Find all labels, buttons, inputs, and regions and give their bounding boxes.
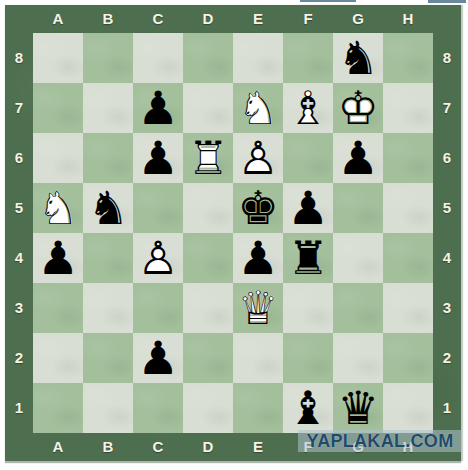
file-label-d: D xyxy=(183,433,233,461)
square-a5[interactable]: ♞♘ xyxy=(33,183,83,233)
watermark-text: YAPLAKAL.COM xyxy=(307,431,454,452)
black-pawn-c2[interactable]: ♟ xyxy=(133,333,183,383)
file-label-f: F xyxy=(283,5,333,33)
square-c7[interactable]: ♟ xyxy=(133,83,183,133)
square-b7[interactable] xyxy=(83,83,133,133)
square-e6[interactable]: ♟♙ xyxy=(233,133,283,183)
black-pawn-f5[interactable]: ♟ xyxy=(283,183,333,233)
rank-label-2: 2 xyxy=(5,333,33,383)
square-e7[interactable]: ♞♘ xyxy=(233,83,283,133)
black-knight-g8[interactable]: ♞ xyxy=(333,33,383,83)
rank-label-3: 3 xyxy=(433,283,461,333)
file-label-b: B xyxy=(83,433,133,461)
rank-label-1: 1 xyxy=(5,383,33,433)
square-d8[interactable] xyxy=(183,33,233,83)
file-labels-top: ABCDEFGH xyxy=(33,5,433,33)
rank-labels-left: 87654321 xyxy=(5,33,33,433)
black-pawn-e4[interactable]: ♟ xyxy=(233,233,283,283)
square-a1[interactable] xyxy=(33,383,83,433)
rank-label-8: 8 xyxy=(433,33,461,83)
square-f1[interactable]: ♝ xyxy=(283,383,333,433)
square-b1[interactable] xyxy=(83,383,133,433)
square-c6[interactable]: ♟ xyxy=(133,133,183,183)
black-pawn-g6[interactable]: ♟ xyxy=(333,133,383,183)
rank-label-4: 4 xyxy=(433,233,461,283)
square-d1[interactable] xyxy=(183,383,233,433)
file-label-h: H xyxy=(383,5,433,33)
square-g2[interactable] xyxy=(333,333,383,383)
square-f6[interactable] xyxy=(283,133,333,183)
file-label-d: D xyxy=(183,5,233,33)
square-e3[interactable]: ♛♕ xyxy=(233,283,283,333)
black-knight-b5[interactable]: ♞ xyxy=(83,183,133,233)
black-pawn-c7[interactable]: ♟ xyxy=(133,83,183,133)
white-queen-e3[interactable]: ♛♕ xyxy=(233,283,283,333)
file-label-e: E xyxy=(233,433,283,461)
piece-glyph-outline: ♔ xyxy=(333,83,383,133)
square-f2[interactable] xyxy=(283,333,333,383)
square-h7[interactable] xyxy=(383,83,433,133)
square-c1[interactable] xyxy=(133,383,183,433)
white-knight-a5[interactable]: ♞♘ xyxy=(33,183,83,233)
square-e2[interactable] xyxy=(233,333,283,383)
square-a6[interactable] xyxy=(33,133,83,183)
square-c4[interactable]: ♟♙ xyxy=(133,233,183,283)
rank-labels-right: 87654321 xyxy=(433,33,461,433)
board: ♞♟♞♘♝♗♚♔♟♜♖♟♙♟♞♘♞♚♟♟♟♙♟♜♛♕♟♝♛ xyxy=(33,33,433,433)
piece-glyph-outline: ♖ xyxy=(183,133,233,183)
rank-label-4: 4 xyxy=(5,233,33,283)
square-a3[interactable] xyxy=(33,283,83,333)
white-rook-d6[interactable]: ♜♖ xyxy=(183,133,233,183)
square-f5[interactable]: ♟ xyxy=(283,183,333,233)
black-king-e5[interactable]: ♚ xyxy=(233,183,283,233)
square-e5[interactable]: ♚ xyxy=(233,183,283,233)
file-label-c: C xyxy=(133,5,183,33)
square-h8[interactable] xyxy=(383,33,433,83)
square-d4[interactable] xyxy=(183,233,233,283)
rank-label-1: 1 xyxy=(433,383,461,433)
black-queen-g1[interactable]: ♛ xyxy=(333,383,383,433)
piece-glyph-outline: ♗ xyxy=(283,83,333,133)
square-b2[interactable] xyxy=(83,333,133,383)
square-g3[interactable] xyxy=(333,283,383,333)
black-rook-f4[interactable]: ♜ xyxy=(283,233,333,283)
white-knight-e7[interactable]: ♞♘ xyxy=(233,83,283,133)
board-frame: ABCDEFGH ABCDEFGH 87654321 87654321 ♞♟♞♘… xyxy=(5,5,461,461)
square-g8[interactable]: ♞ xyxy=(333,33,383,83)
black-bishop-f1[interactable]: ♝ xyxy=(283,383,333,433)
white-pawn-c4[interactable]: ♟♙ xyxy=(133,233,183,283)
piece-glyph-outline: ♙ xyxy=(233,133,283,183)
square-g1[interactable]: ♛ xyxy=(333,383,383,433)
file-label-a: A xyxy=(33,433,83,461)
square-a2[interactable] xyxy=(33,333,83,383)
square-e8[interactable] xyxy=(233,33,283,83)
square-a4[interactable]: ♟ xyxy=(33,233,83,283)
file-label-c: C xyxy=(133,433,183,461)
square-h3[interactable] xyxy=(383,283,433,333)
file-label-e: E xyxy=(233,5,283,33)
square-c2[interactable]: ♟ xyxy=(133,333,183,383)
file-label-b: B xyxy=(83,5,133,33)
rank-label-5: 5 xyxy=(5,183,33,233)
rank-label-7: 7 xyxy=(5,83,33,133)
file-label-g: G xyxy=(333,5,383,33)
square-h4[interactable] xyxy=(383,233,433,283)
square-h5[interactable] xyxy=(383,183,433,233)
watermark: YAPLAKAL.COM xyxy=(298,430,462,452)
top-edge-artifact xyxy=(428,0,466,3)
white-bishop-f7[interactable]: ♝♗ xyxy=(283,83,333,133)
rank-label-6: 6 xyxy=(433,133,461,183)
rank-label-2: 2 xyxy=(433,333,461,383)
rank-label-7: 7 xyxy=(433,83,461,133)
black-pawn-c6[interactable]: ♟ xyxy=(133,133,183,183)
square-f3[interactable] xyxy=(283,283,333,333)
square-f7[interactable]: ♝♗ xyxy=(283,83,333,133)
piece-glyph-outline: ♙ xyxy=(133,233,183,283)
square-d6[interactable]: ♜♖ xyxy=(183,133,233,183)
square-h2[interactable] xyxy=(383,333,433,383)
square-d2[interactable] xyxy=(183,333,233,383)
rank-label-5: 5 xyxy=(433,183,461,233)
white-pawn-e6[interactable]: ♟♙ xyxy=(233,133,283,183)
square-b8[interactable] xyxy=(83,33,133,83)
square-e4[interactable]: ♟ xyxy=(233,233,283,283)
square-b6[interactable] xyxy=(83,133,133,183)
square-c5[interactable] xyxy=(133,183,183,233)
square-f4[interactable]: ♜ xyxy=(283,233,333,283)
square-d7[interactable] xyxy=(183,83,233,133)
file-label-a: A xyxy=(33,5,83,33)
piece-glyph-outline: ♕ xyxy=(233,283,283,333)
white-king-g7[interactable]: ♚♔ xyxy=(333,83,383,133)
rank-label-3: 3 xyxy=(5,283,33,333)
square-h1[interactable] xyxy=(383,383,433,433)
square-d5[interactable] xyxy=(183,183,233,233)
square-d3[interactable] xyxy=(183,283,233,333)
square-a8[interactable] xyxy=(33,33,83,83)
square-g6[interactable]: ♟ xyxy=(333,133,383,183)
piece-glyph-outline: ♘ xyxy=(233,83,283,133)
square-h6[interactable] xyxy=(383,133,433,183)
square-g4[interactable] xyxy=(333,233,383,283)
square-b3[interactable] xyxy=(83,283,133,333)
black-pawn-a4[interactable]: ♟ xyxy=(33,233,83,283)
square-a7[interactable] xyxy=(33,83,83,133)
piece-glyph-outline: ♘ xyxy=(33,183,83,233)
square-b5[interactable]: ♞ xyxy=(83,183,133,233)
top-edge-artifact xyxy=(300,0,356,2)
square-g5[interactable] xyxy=(333,183,383,233)
square-c3[interactable] xyxy=(133,283,183,333)
square-f8[interactable] xyxy=(283,33,333,83)
square-e1[interactable] xyxy=(233,383,283,433)
rank-label-8: 8 xyxy=(5,33,33,83)
rank-label-6: 6 xyxy=(5,133,33,183)
square-b4[interactable] xyxy=(83,233,133,283)
square-g7[interactable]: ♚♔ xyxy=(333,83,383,133)
square-c8[interactable] xyxy=(133,33,183,83)
